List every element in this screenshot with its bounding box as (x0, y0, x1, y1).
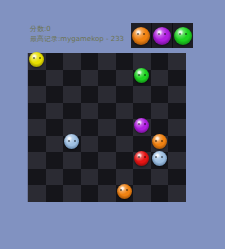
ball-face (155, 140, 163, 142)
board-cell[interactable] (46, 136, 64, 153)
board-cell[interactable] (46, 169, 64, 186)
yellow-ball[interactable] (29, 52, 44, 67)
board (27, 53, 186, 202)
board-cell[interactable] (133, 185, 151, 202)
board-cell[interactable] (168, 185, 186, 202)
board-cell[interactable] (63, 119, 81, 136)
board-cell[interactable] (28, 185, 46, 202)
board-cell[interactable] (63, 86, 81, 103)
board-cell[interactable] (133, 86, 151, 103)
board-cell[interactable] (168, 53, 186, 70)
board-cell[interactable] (133, 70, 151, 87)
game-window: { "game": "color-lines", "header": { "sc… (0, 0, 225, 249)
board-cell[interactable] (116, 152, 134, 169)
blue-ball[interactable] (64, 134, 79, 149)
board-cell[interactable] (63, 169, 81, 186)
board-cell[interactable] (133, 152, 151, 169)
ball-face (120, 189, 128, 191)
board-cell[interactable] (98, 70, 116, 87)
board-cell[interactable] (28, 136, 46, 153)
board-cell[interactable] (151, 53, 169, 70)
board-cell[interactable] (81, 169, 99, 186)
board-cell[interactable] (98, 53, 116, 70)
board-cell[interactable] (28, 53, 46, 70)
board-cell[interactable] (46, 119, 64, 136)
board-cell[interactable] (81, 70, 99, 87)
purple-ball[interactable] (153, 27, 171, 45)
ball-face (138, 74, 146, 76)
board-cell[interactable] (98, 152, 116, 169)
board-cell[interactable] (46, 86, 64, 103)
board-cell[interactable] (46, 53, 64, 70)
board-cell[interactable] (81, 119, 99, 136)
board-cell[interactable] (63, 152, 81, 169)
board-cell[interactable] (151, 103, 169, 120)
board-cell[interactable] (46, 103, 64, 120)
board-cell[interactable] (28, 119, 46, 136)
board-cell[interactable] (98, 169, 116, 186)
board-cell[interactable] (28, 70, 46, 87)
board-cell[interactable] (151, 86, 169, 103)
board-cell[interactable] (168, 70, 186, 87)
board-cell[interactable] (133, 119, 151, 136)
board-cell[interactable] (63, 185, 81, 202)
purple-ball[interactable] (134, 118, 149, 133)
board-cell[interactable] (151, 185, 169, 202)
board-cell[interactable] (46, 185, 64, 202)
board-cell[interactable] (28, 103, 46, 120)
board-cell[interactable] (98, 103, 116, 120)
board-cell[interactable] (133, 53, 151, 70)
ball-face (137, 33, 145, 35)
board-cell[interactable] (81, 185, 99, 202)
board-cell[interactable] (46, 152, 64, 169)
board-cell[interactable] (28, 152, 46, 169)
ball-face (158, 33, 166, 35)
tray-cell (173, 23, 193, 48)
board-cell[interactable] (116, 136, 134, 153)
ball-face (155, 156, 163, 158)
board-cell[interactable] (133, 103, 151, 120)
orange-ball[interactable] (152, 134, 167, 149)
board-cell[interactable] (28, 169, 46, 186)
board-cell[interactable] (168, 169, 186, 186)
board-cell[interactable] (116, 185, 134, 202)
board-cell[interactable] (168, 119, 186, 136)
blue-ball[interactable] (152, 151, 167, 166)
board-cell[interactable] (151, 119, 169, 136)
board-cell[interactable] (81, 103, 99, 120)
board-cell[interactable] (63, 103, 81, 120)
board-cell[interactable] (28, 86, 46, 103)
ball-face (33, 57, 41, 59)
board-cell[interactable] (151, 152, 169, 169)
orange-ball[interactable] (132, 27, 150, 45)
tray-cell (131, 23, 151, 48)
board-cell[interactable] (98, 185, 116, 202)
score-panel: 分数:0 最高记录:mygamekop - 233 (30, 24, 124, 44)
tray-cell (152, 23, 172, 48)
board-cell[interactable] (168, 86, 186, 103)
board-cell[interactable] (46, 70, 64, 87)
board-cell[interactable] (81, 136, 99, 153)
board-cell[interactable] (116, 53, 134, 70)
board-cell[interactable] (81, 53, 99, 70)
next-balls-tray (131, 23, 193, 48)
red-ball[interactable] (134, 151, 149, 166)
board-cell[interactable] (151, 136, 169, 153)
board-cell[interactable] (63, 70, 81, 87)
green-ball[interactable] (174, 27, 192, 45)
orange-ball[interactable] (117, 184, 132, 199)
ball-face (68, 140, 76, 142)
ball-face (179, 33, 187, 35)
board-cell[interactable] (116, 119, 134, 136)
board-cell[interactable] (168, 152, 186, 169)
ball-face (138, 156, 146, 158)
board-cell[interactable] (133, 136, 151, 153)
board-cell[interactable] (116, 103, 134, 120)
board-cell[interactable] (81, 152, 99, 169)
board-cell[interactable] (133, 169, 151, 186)
board-cell[interactable] (116, 169, 134, 186)
board-cell[interactable] (63, 53, 81, 70)
ball-face (138, 123, 146, 125)
board-cell[interactable] (168, 103, 186, 120)
board-cell[interactable] (98, 136, 116, 153)
high-score-label: 最高记录:mygamekop - 233 (30, 34, 124, 44)
board-cell[interactable] (98, 86, 116, 103)
board-cell[interactable] (116, 70, 134, 87)
board-cell[interactable] (168, 136, 186, 153)
board-cell[interactable] (63, 136, 81, 153)
green-ball[interactable] (134, 68, 149, 83)
board-cell[interactable] (151, 169, 169, 186)
board-cell[interactable] (98, 119, 116, 136)
score-label: 分数:0 (30, 24, 124, 34)
board-cell[interactable] (81, 86, 99, 103)
board-cell[interactable] (116, 86, 134, 103)
board-cell[interactable] (151, 70, 169, 87)
